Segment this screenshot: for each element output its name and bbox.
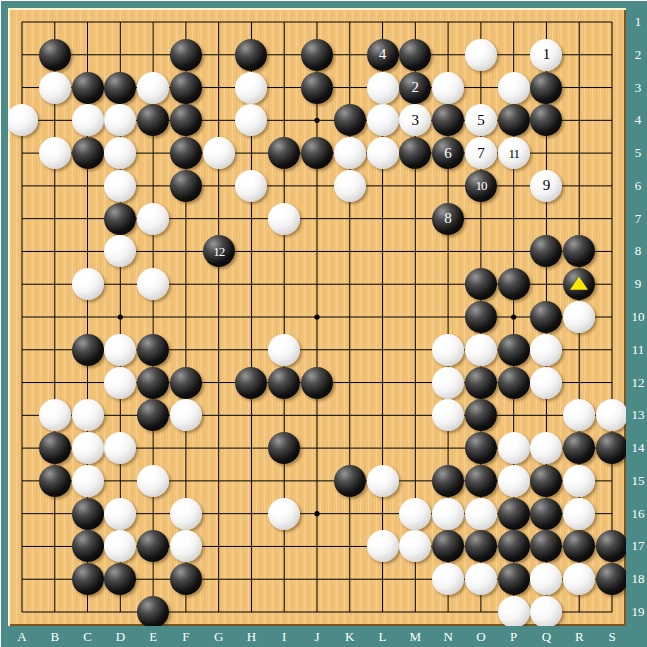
column-label-M: M <box>410 630 422 644</box>
white-stone-L4 <box>367 104 399 136</box>
white-stone-M16 <box>399 498 431 530</box>
column-label-G: G <box>214 630 223 644</box>
black-stone-C5 <box>72 137 104 169</box>
white-stone-Q2: 1 <box>530 39 562 71</box>
white-stone-B5 <box>39 137 71 169</box>
white-stone-P3 <box>498 72 530 104</box>
white-stone-N16 <box>432 498 464 530</box>
black-stone-F12 <box>170 367 202 399</box>
star-point <box>118 314 123 319</box>
column-label-Q: Q <box>542 630 551 644</box>
column-label-E: E <box>149 630 157 644</box>
black-stone-O6: 10 <box>465 170 497 202</box>
row-label-5: 5 <box>635 146 642 160</box>
black-stone-C17 <box>72 530 104 562</box>
white-stone-E7 <box>137 203 169 235</box>
move-number-label: 10 <box>475 179 486 192</box>
row-label-4: 4 <box>635 113 642 127</box>
black-stone-F2 <box>170 39 202 71</box>
black-stone-J3 <box>301 72 333 104</box>
column-label-D: D <box>116 630 125 644</box>
black-stone-O15 <box>465 465 497 497</box>
white-stone-K5 <box>334 137 366 169</box>
black-stone-K4 <box>334 104 366 136</box>
black-stone-E19 <box>137 596 169 626</box>
white-stone-D11 <box>104 334 136 366</box>
white-stone-E15 <box>137 465 169 497</box>
black-stone-J2 <box>301 39 333 71</box>
white-stone-N12 <box>432 367 464 399</box>
black-stone-E11 <box>137 334 169 366</box>
white-stone-L17 <box>367 530 399 562</box>
black-stone-P12 <box>498 367 530 399</box>
white-stone-E3 <box>137 72 169 104</box>
black-stone-C11 <box>72 334 104 366</box>
row-label-10: 10 <box>632 310 645 324</box>
move-number-label: 11 <box>508 147 519 160</box>
black-stone-F6 <box>170 170 202 202</box>
white-stone-N3 <box>432 72 464 104</box>
row-label-11: 11 <box>632 343 645 357</box>
row-label-3: 3 <box>635 81 642 95</box>
star-point <box>511 314 516 319</box>
black-stone-C16 <box>72 498 104 530</box>
column-label-B: B <box>50 630 59 644</box>
black-stone-H2 <box>235 39 267 71</box>
column-label-A: A <box>17 630 26 644</box>
black-stone-B15 <box>39 465 71 497</box>
row-label-16: 16 <box>632 507 645 521</box>
black-stone-O9 <box>465 268 497 300</box>
move-number-label: 8 <box>444 211 452 226</box>
column-label-H: H <box>247 630 256 644</box>
black-stone-D7 <box>104 203 136 235</box>
white-stone-F13 <box>170 399 202 431</box>
black-stone-B14 <box>39 432 71 464</box>
move-number-label: 12 <box>213 245 224 258</box>
row-label-13: 13 <box>632 408 645 422</box>
white-stone-F16 <box>170 498 202 530</box>
white-stone-P5: 11 <box>498 137 530 169</box>
white-stone-P14 <box>498 432 530 464</box>
white-stone-D12 <box>104 367 136 399</box>
row-label-2: 2 <box>635 48 642 62</box>
white-stone-C15 <box>72 465 104 497</box>
white-stone-G5 <box>203 137 235 169</box>
move-number-label: 4 <box>379 47 387 62</box>
white-stone-O5: 7 <box>465 137 497 169</box>
star-point <box>314 118 319 123</box>
move-number-label: 3 <box>412 113 420 128</box>
black-stone-E12 <box>137 367 169 399</box>
row-label-19: 19 <box>632 605 645 619</box>
black-stone-Q3 <box>530 72 562 104</box>
column-label-L: L <box>379 630 387 644</box>
white-stone-Q19 <box>530 596 562 626</box>
black-stone-F4 <box>170 104 202 136</box>
white-stone-R16 <box>563 498 595 530</box>
white-stone-C13 <box>72 399 104 431</box>
black-stone-P4 <box>498 104 530 136</box>
white-stone-L3 <box>367 72 399 104</box>
white-stone-N11 <box>432 334 464 366</box>
white-stone-Q11 <box>530 334 562 366</box>
white-stone-P15 <box>498 465 530 497</box>
move-number-label: 6 <box>444 146 452 161</box>
black-stone-N5: 6 <box>432 137 464 169</box>
black-stone-N7: 8 <box>432 203 464 235</box>
black-stone-C18 <box>72 563 104 595</box>
black-stone-B2 <box>39 39 71 71</box>
move-number-label: 1 <box>543 47 551 62</box>
white-stone-O18 <box>465 563 497 595</box>
white-stone-H3 <box>235 72 267 104</box>
black-stone-M2 <box>399 39 431 71</box>
column-label-S: S <box>608 630 615 644</box>
white-stone-D6 <box>104 170 136 202</box>
row-label-14: 14 <box>632 441 645 455</box>
triangle-marker-icon <box>570 277 588 290</box>
black-stone-S14 <box>596 432 626 464</box>
black-stone-D3 <box>104 72 136 104</box>
move-number-label: 9 <box>543 178 551 193</box>
white-stone-L5 <box>367 137 399 169</box>
column-label-C: C <box>83 630 92 644</box>
star-point <box>314 314 319 319</box>
row-label-7: 7 <box>635 212 642 226</box>
go-board[interactable]: 426108121357119 <box>8 8 626 626</box>
move-number-label: 2 <box>412 80 420 95</box>
black-stone-F5 <box>170 137 202 169</box>
white-stone-Q12 <box>530 367 562 399</box>
white-stone-S13 <box>596 399 626 431</box>
row-label-18: 18 <box>632 572 645 586</box>
white-stone-L15 <box>367 465 399 497</box>
black-stone-F18 <box>170 563 202 595</box>
black-stone-O13 <box>465 399 497 431</box>
white-stone-C9 <box>72 268 104 300</box>
row-label-17: 17 <box>632 539 645 553</box>
black-stone-S17 <box>596 530 626 562</box>
white-stone-K6 <box>334 170 366 202</box>
black-stone-P9 <box>498 268 530 300</box>
black-stone-P18 <box>498 563 530 595</box>
column-label-K: K <box>345 630 354 644</box>
white-stone-I16 <box>268 498 300 530</box>
row-label-8: 8 <box>635 244 642 258</box>
row-label-1: 1 <box>635 15 642 29</box>
black-stone-H12 <box>235 367 267 399</box>
star-point <box>314 511 319 516</box>
white-stone-O11 <box>465 334 497 366</box>
move-number-label: 7 <box>477 146 485 161</box>
black-stone-O12 <box>465 367 497 399</box>
row-label-12: 12 <box>632 376 645 390</box>
white-stone-I7 <box>268 203 300 235</box>
white-stone-O16 <box>465 498 497 530</box>
column-label-R: R <box>575 630 584 644</box>
column-label-P: P <box>510 630 517 644</box>
black-stone-K15 <box>334 465 366 497</box>
black-stone-Q16 <box>530 498 562 530</box>
black-stone-L2: 4 <box>367 39 399 71</box>
black-stone-C3 <box>72 72 104 104</box>
column-label-F: F <box>182 630 189 644</box>
column-label-I: I <box>282 630 286 644</box>
black-stone-P17 <box>498 530 530 562</box>
white-stone-O2 <box>465 39 497 71</box>
column-label-N: N <box>443 630 452 644</box>
row-label-9: 9 <box>635 277 642 291</box>
white-stone-C4 <box>72 104 104 136</box>
white-stone-R10 <box>563 301 595 333</box>
black-stone-O10 <box>465 301 497 333</box>
black-stone-M3: 2 <box>399 72 431 104</box>
white-stone-B3 <box>39 72 71 104</box>
white-stone-I11 <box>268 334 300 366</box>
black-stone-G8: 12 <box>203 235 235 267</box>
move-number-label: 5 <box>477 113 485 128</box>
black-stone-O14 <box>465 432 497 464</box>
white-stone-B13 <box>39 399 71 431</box>
black-stone-S18 <box>596 563 626 595</box>
column-label-O: O <box>476 630 485 644</box>
black-stone-N15 <box>432 465 464 497</box>
black-stone-P11 <box>498 334 530 366</box>
white-stone-D16 <box>104 498 136 530</box>
black-stone-J5 <box>301 137 333 169</box>
go-board-viewer: 426108121357119 ABCDEFGHIJKLMNOPQRS 1234… <box>0 0 647 647</box>
row-label-6: 6 <box>635 179 642 193</box>
black-stone-J12 <box>301 367 333 399</box>
white-stone-O4: 5 <box>465 104 497 136</box>
black-stone-F3 <box>170 72 202 104</box>
column-label-J: J <box>314 630 319 644</box>
white-stone-P19 <box>498 596 530 626</box>
black-stone-P16 <box>498 498 530 530</box>
white-stone-R15 <box>563 465 595 497</box>
row-label-15: 15 <box>632 474 645 488</box>
black-stone-I12 <box>268 367 300 399</box>
white-stone-C14 <box>72 432 104 464</box>
